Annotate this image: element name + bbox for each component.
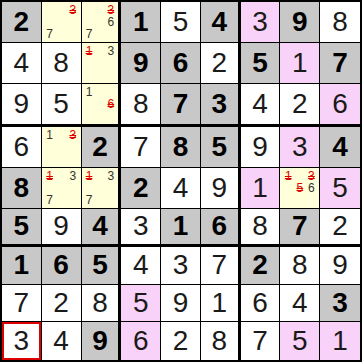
solved-digit: 1 [332,327,348,355]
solved-digit: 4 [53,327,69,355]
cell-r2c3[interactable]: 13 [82,43,122,84]
cell-r7c2[interactable]: 6 [42,247,82,285]
cell-r4c2[interactable]: 13 [42,127,82,168]
cell-r8c7[interactable]: 6 [241,285,281,323]
cell-r7c7[interactable]: 2 [241,247,281,285]
cell-r7c1[interactable]: 1 [2,247,42,285]
sudoku-app: 2373671543984813962517951687342661327859… [0,0,362,362]
solved-digit: 4 [14,49,30,77]
cell-r4c6[interactable]: 5 [201,127,241,168]
solved-digit: 2 [173,327,189,355]
candidate-1-mark: 1 [84,86,95,98]
cell-r4c9[interactable]: 4 [320,127,360,168]
solved-digit: 7 [133,133,149,161]
given-digit: 7 [332,49,348,77]
solved-digit: 5 [332,174,348,202]
candidate-7-mark: 7 [84,194,95,206]
given-digit: 6 [211,212,227,240]
given-digit: 4 [92,212,108,240]
cell-r5c4[interactable]: 2 [121,168,161,209]
cell-r5c8[interactable]: 1356 [280,168,320,209]
cell-r1c8[interactable]: 9 [280,2,320,43]
cell-r2c4[interactable]: 9 [121,43,161,84]
solved-digit: 8 [211,327,227,355]
candidate-6-mark: 6 [306,182,318,194]
cell-r1c6[interactable]: 4 [201,2,241,43]
given-digit: 5 [252,49,268,77]
solved-digit: 8 [92,289,108,317]
cell-r2c8[interactable]: 1 [280,43,320,84]
cell-r1c3[interactable]: 367 [82,2,122,43]
cell-r9c9[interactable]: 1 [320,322,360,360]
candidate-6-mark: 6 [105,98,116,110]
cell-r8c5[interactable]: 9 [161,285,201,323]
solved-digit: 2 [332,212,348,240]
given-digit: 2 [92,133,108,161]
cell-r6c8[interactable]: 7 [280,209,320,247]
cell-r1c9[interactable]: 8 [320,2,360,43]
solved-digit: 6 [133,327,149,355]
cell-r1c1[interactable]: 2 [2,2,42,43]
candidate-7-mark: 7 [44,28,56,40]
cell-r3c6[interactable]: 3 [201,84,241,127]
solved-digit: 4 [252,90,268,118]
given-digit: 2 [14,8,30,36]
solved-digit: 8 [292,251,308,279]
solved-digit: 4 [133,251,149,279]
candidate-3-mark: 3 [67,4,79,16]
cell-r3c5[interactable]: 7 [161,84,201,127]
candidate-1-mark: 1 [84,45,95,57]
solved-digit: 3 [252,8,268,36]
solved-digit: 7 [14,289,30,317]
cell-r2c5[interactable]: 6 [161,43,201,84]
solved-digit: 9 [211,174,227,202]
cell-r4c4[interactable]: 7 [121,127,161,168]
solved-digit: 5 [53,90,69,118]
cell-r9c1[interactable]: 3 [2,322,42,360]
cell-r9c2[interactable]: 4 [42,322,82,360]
cell-r9c4[interactable]: 6 [121,322,161,360]
solved-digit: 2 [53,289,69,317]
given-digit: 4 [332,133,348,161]
candidate-1-mark: 1 [44,170,56,182]
cell-r3c9[interactable]: 6 [320,84,360,127]
solved-digit: 4 [173,174,189,202]
candidate-3-mark: 3 [105,45,116,57]
candidate-1-mark: 1 [282,170,294,182]
cell-r8c6[interactable]: 1 [201,285,241,323]
given-digit: 1 [133,8,149,36]
cell-r2c1[interactable]: 4 [2,43,42,84]
given-digit: 8 [14,174,30,202]
cell-r3c2[interactable]: 5 [42,84,82,127]
solved-digit: 4 [292,289,308,317]
given-digit: 5 [14,212,30,240]
cell-r4c8[interactable]: 3 [280,127,320,168]
candidate-3-mark: 3 [105,170,116,182]
given-digit: 5 [211,133,227,161]
solved-digit: 7 [211,251,227,279]
sudoku-board: 2373671543984813962517951687342661327859… [0,0,362,362]
cell-r8c4[interactable]: 5 [121,285,161,323]
cell-r6c6[interactable]: 6 [201,209,241,247]
cell-r8c2[interactable]: 2 [42,285,82,323]
candidate-1-mark: 1 [84,170,95,182]
cell-r3c1[interactable]: 9 [2,84,42,127]
cell-r3c7[interactable]: 4 [241,84,281,127]
given-digit: 1 [14,251,30,279]
cell-r3c3[interactable]: 16 [82,84,122,127]
solved-digit: 3 [292,133,308,161]
cell-r5c5[interactable]: 4 [161,168,201,209]
cell-r4c3[interactable]: 2 [82,127,122,168]
solved-digit: 1 [252,174,268,202]
solved-digit: 5 [133,289,149,317]
cell-r7c6[interactable]: 7 [201,247,241,285]
cell-r3c8[interactable]: 2 [280,84,320,127]
cell-r5c9[interactable]: 5 [320,168,360,209]
cell-r8c3[interactable]: 8 [82,285,122,323]
cell-r2c2[interactable]: 8 [42,43,82,84]
cell-r2c6[interactable]: 2 [201,43,241,84]
cell-r6c5[interactable]: 1 [161,209,201,247]
cell-r9c8[interactable]: 5 [280,322,320,360]
given-digit: 2 [133,174,149,202]
candidate-3-mark: 3 [67,170,79,182]
solved-digit: 2 [292,90,308,118]
solved-digit: 7 [252,327,268,355]
cell-r6c4[interactable]: 3 [121,209,161,247]
solved-digit: 1 [211,289,227,317]
given-digit: 3 [332,289,348,317]
solved-digit: 3 [133,212,149,240]
cell-r7c5[interactable]: 3 [161,247,201,285]
solved-digit: 6 [14,133,30,161]
given-digit: 9 [292,8,308,36]
solved-digit: 3 [14,327,30,355]
cell-r2c9[interactable]: 7 [320,43,360,84]
given-digit: 8 [173,133,189,161]
candidate-5-mark: 5 [294,182,306,194]
cell-r8c8[interactable]: 4 [280,285,320,323]
solved-digit: 6 [252,289,268,317]
cell-r1c5[interactable]: 5 [161,2,201,43]
cell-r6c7[interactable]: 8 [241,209,281,247]
given-digit: 7 [292,212,308,240]
cell-r7c4[interactable]: 4 [121,247,161,285]
cell-r6c9[interactable]: 2 [320,209,360,247]
cell-r9c7[interactable]: 7 [241,322,281,360]
cell-r1c7[interactable]: 3 [241,2,281,43]
solved-digit: 8 [252,212,268,240]
given-digit: 6 [173,49,189,77]
solved-digit: 9 [53,212,69,240]
cell-r9c3[interactable]: 9 [82,322,122,360]
given-digit: 7 [173,90,189,118]
solved-digit: 9 [252,133,268,161]
cell-r7c9[interactable]: 9 [320,247,360,285]
cell-r5c6[interactable]: 9 [201,168,241,209]
cell-r8c9[interactable]: 3 [320,285,360,323]
candidate-3-mark: 3 [67,129,79,141]
solved-digit: 9 [14,90,30,118]
solved-digit: 8 [332,8,348,36]
candidate-6-mark: 6 [105,16,116,28]
cell-r6c1[interactable]: 5 [2,209,42,247]
cell-r4c5[interactable]: 8 [161,127,201,168]
cell-r4c7[interactable]: 9 [241,127,281,168]
solved-digit: 3 [173,251,189,279]
cell-r5c1[interactable]: 8 [2,168,42,209]
solved-digit: 5 [292,327,308,355]
cell-r7c3[interactable]: 5 [82,247,122,285]
given-digit: 5 [92,251,108,279]
cell-r6c2[interactable]: 9 [42,209,82,247]
cell-r9c5[interactable]: 2 [161,322,201,360]
cell-r5c3[interactable]: 137 [82,168,122,209]
cell-r9c6[interactable]: 8 [201,322,241,360]
cell-r6c3[interactable]: 4 [82,209,122,247]
solved-digit: 9 [332,251,348,279]
solved-digit: 9 [173,289,189,317]
solved-digit: 8 [53,49,69,77]
cell-r2c7[interactable]: 5 [241,43,281,84]
given-digit: 6 [53,251,69,279]
cell-r5c7[interactable]: 1 [241,168,281,209]
cell-r4c1[interactable]: 6 [2,127,42,168]
solved-digit: 2 [211,49,227,77]
solved-digit: 8 [133,90,149,118]
given-digit: 4 [211,8,227,36]
cell-r1c2[interactable]: 37 [42,2,82,43]
cell-r3c4[interactable]: 8 [121,84,161,127]
given-digit: 3 [211,90,227,118]
cell-r7c8[interactable]: 8 [280,247,320,285]
candidate-7-mark: 7 [84,28,95,40]
candidate-1-mark: 1 [44,129,56,141]
given-digit: 9 [92,327,108,355]
cell-r5c2[interactable]: 137 [42,168,82,209]
solved-digit: 6 [332,90,348,118]
candidate-7-mark: 7 [44,194,56,206]
solved-digit: 1 [292,49,308,77]
cell-r1c4[interactable]: 1 [121,2,161,43]
given-digit: 9 [133,49,149,77]
given-digit: 2 [252,251,268,279]
cell-r8c1[interactable]: 7 [2,285,42,323]
given-digit: 1 [173,212,189,240]
solved-digit: 5 [173,8,189,36]
